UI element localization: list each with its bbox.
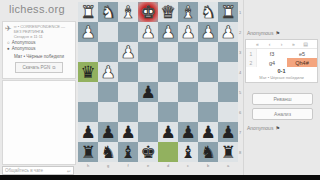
- bottom-player-row: Anonymous ⚑: [247, 125, 280, 131]
- square-h5[interactable]: [78, 82, 98, 102]
- move-number: 1: [246, 49, 257, 58]
- square-d5[interactable]: [158, 82, 178, 102]
- square-f8[interactable]: ♝: [118, 142, 138, 162]
- square-d3[interactable]: [158, 42, 178, 62]
- black-king-piece: ♚: [138, 142, 158, 162]
- square-g2[interactable]: [98, 22, 118, 42]
- white-pawn-piece: ♟: [138, 22, 158, 42]
- black-player-row: ● Anonymous: [3, 46, 75, 52]
- white-knight-piece: ♞: [98, 2, 118, 22]
- square-c8[interactable]: ♝: [178, 142, 198, 162]
- rank-label-7: 7: [239, 122, 241, 142]
- square-e3[interactable]: [138, 42, 158, 62]
- file-label-a: a: [218, 163, 238, 168]
- chat-placeholder: Общайтесь в чате: [5, 168, 43, 173]
- file-label-b: b: [198, 163, 218, 168]
- square-a7[interactable]: ♟: [218, 122, 238, 142]
- square-a5[interactable]: [218, 82, 238, 102]
- file-coordinates: hgfedcba: [78, 163, 238, 168]
- square-a1[interactable]: ♜: [218, 2, 238, 22]
- square-h2[interactable]: ♟: [78, 22, 98, 42]
- white-queen-piece: ♛: [158, 2, 178, 22]
- square-f4[interactable]: [118, 62, 138, 82]
- square-b1[interactable]: ♞: [198, 2, 218, 22]
- square-d7[interactable]: ♟: [158, 122, 178, 142]
- square-a2[interactable]: ♟: [218, 22, 238, 42]
- score-text: 0-1: [246, 67, 317, 75]
- first-move-button[interactable]: «: [254, 41, 261, 47]
- square-d4[interactable]: [158, 62, 178, 82]
- panel-divider: [243, 0, 244, 175]
- white-move[interactable]: f3: [257, 49, 287, 58]
- square-f2[interactable]: [118, 22, 138, 42]
- black-bishop-piece: ♝: [178, 142, 198, 162]
- square-f5[interactable]: [118, 82, 138, 102]
- download-pgn-button[interactable]: Скачать PGN ⧉: [15, 62, 63, 73]
- white-pawn-piece: ♟: [118, 42, 138, 62]
- square-g1[interactable]: ♞: [98, 2, 118, 22]
- square-e8[interactable]: ♚: [138, 142, 158, 162]
- square-c7[interactable]: ♟: [178, 122, 198, 142]
- white-move[interactable]: g4: [257, 58, 287, 67]
- black-move[interactable]: e5: [287, 49, 317, 58]
- square-c5[interactable]: [178, 82, 198, 102]
- square-c3[interactable]: [178, 42, 198, 62]
- rank-coordinates: 12345678: [239, 2, 241, 162]
- analysis-button[interactable]: Анализ: [252, 108, 313, 120]
- square-f3[interactable]: ♟: [118, 42, 138, 62]
- white-pawn-piece: ♟: [158, 22, 178, 42]
- square-e7[interactable]: [138, 122, 158, 142]
- square-h1[interactable]: ♜: [78, 2, 98, 22]
- square-a3[interactable]: [218, 42, 238, 62]
- replay-controls: «‹›»▤: [246, 40, 317, 49]
- bottom-player-name: Anonymous: [247, 125, 273, 131]
- black-pawn-piece: ♟: [178, 122, 198, 142]
- file-label-c: c: [178, 163, 198, 168]
- square-d6[interactable]: [158, 102, 178, 122]
- white-pawn-piece: ♟: [178, 22, 198, 42]
- white-bishop-piece: ♝: [118, 2, 138, 22]
- square-b5[interactable]: [198, 82, 218, 102]
- move-row: 2g4Qh4#: [246, 58, 317, 67]
- rank-label-2: 2: [239, 22, 241, 42]
- square-e1[interactable]: ♚: [138, 2, 158, 22]
- square-c4[interactable]: [178, 62, 198, 82]
- square-c6[interactable]: [178, 102, 198, 122]
- square-h7[interactable]: ♟: [78, 122, 98, 142]
- black-pawn-piece: ♟: [98, 122, 118, 142]
- rank-label-1: 1: [239, 2, 241, 22]
- square-f7[interactable]: ♟: [118, 122, 138, 142]
- square-a4[interactable]: [218, 62, 238, 82]
- prev-move-button[interactable]: ‹: [266, 41, 273, 47]
- white-rook-piece: ♜: [218, 2, 238, 22]
- square-c2[interactable]: ♟: [178, 22, 198, 42]
- menu-button[interactable]: ▤: [302, 41, 309, 47]
- square-b8[interactable]: ♞: [198, 142, 218, 162]
- square-g6[interactable]: [98, 102, 118, 122]
- black-pawn-piece: ♟: [118, 122, 138, 142]
- game-mode-text: ∞ • CORRESPONDENCE — БЕЗ РЕЙТИНГА: [14, 24, 73, 34]
- file-label-f: f: [118, 163, 138, 168]
- last-move-button[interactable]: »: [290, 41, 297, 47]
- file-label-e: e: [138, 163, 158, 168]
- white-pawn-piece: ♟: [218, 22, 238, 42]
- square-g7[interactable]: ♟: [98, 122, 118, 142]
- top-player-row: Anonymous ⚑: [247, 30, 280, 36]
- white-knight-piece: ♞: [198, 2, 218, 22]
- white-pawn-piece: ♟: [98, 62, 118, 82]
- game-result-text: Мат • Чёрные победили: [3, 54, 75, 59]
- square-b2[interactable]: ♟: [198, 22, 218, 42]
- square-b6[interactable]: [198, 102, 218, 122]
- square-g3[interactable]: [98, 42, 118, 62]
- square-d8[interactable]: [158, 142, 178, 162]
- square-e6[interactable]: [138, 102, 158, 122]
- rematch-button[interactable]: Реванш: [252, 93, 313, 105]
- correspondence-icon: ✈: [5, 24, 12, 39]
- rank-label-8: 8: [239, 142, 241, 162]
- black-pawn-piece: ♟: [78, 122, 98, 142]
- next-move-button[interactable]: ›: [278, 41, 285, 47]
- square-b3[interactable]: [198, 42, 218, 62]
- external-link-icon: ⧉: [52, 65, 55, 70]
- rank-label-6: 6: [239, 102, 241, 122]
- chat-message-area: [2, 80, 76, 165]
- black-bishop-piece: ♝: [118, 142, 138, 162]
- white-pawn-piece: ♟: [78, 22, 98, 42]
- black-pawn-piece: ♟: [198, 122, 218, 142]
- white-bishop-piece: ♝: [178, 2, 198, 22]
- black-pawn-piece: ♟: [138, 82, 158, 102]
- black-player-name: Anonymous: [12, 46, 36, 52]
- chess-board: ♜♞♝♚♛♝♞♜♟♟♟♟♟♟♟♛♟♟♟♟♟♟♟♟♟♜♞♝♚♝♞♜: [78, 2, 238, 162]
- square-h6[interactable]: [78, 102, 98, 122]
- game-info-box: ✈ ∞ • CORRESPONDENCE — БЕЗ РЕЙТИНГА Сего…: [2, 21, 76, 79]
- black-rook-piece: ♜: [218, 142, 238, 162]
- square-e5[interactable]: ♟: [138, 82, 158, 102]
- lichess-logo[interactable]: lichess.org: [9, 3, 65, 15]
- square-h4[interactable]: ♛: [78, 62, 98, 82]
- black-pawn-piece: ♟: [158, 122, 178, 142]
- square-e4[interactable]: [138, 62, 158, 82]
- top-player-name: Anonymous: [247, 30, 273, 36]
- file-label-h: h: [78, 163, 98, 168]
- black-rook-piece: ♜: [78, 142, 98, 162]
- square-b7[interactable]: ♟: [198, 122, 218, 142]
- black-knight-piece: ♞: [198, 142, 218, 162]
- square-h3[interactable]: [78, 42, 98, 62]
- square-c1[interactable]: ♝: [178, 2, 198, 22]
- square-g4[interactable]: ♟: [98, 62, 118, 82]
- square-g5[interactable]: [98, 82, 118, 102]
- game-date-text: Сегодня в 11:11: [14, 34, 73, 39]
- black-move[interactable]: Qh4#: [287, 58, 317, 67]
- white-pawn-piece: ♟: [198, 22, 218, 42]
- flag-icon: ⚑: [275, 125, 279, 131]
- download-pgn-label: Скачать PGN: [22, 65, 50, 70]
- square-a6[interactable]: [218, 102, 238, 122]
- square-e2[interactable]: ♟: [138, 22, 158, 42]
- chat-input[interactable]: Общайтесь в чате ↵: [2, 166, 74, 175]
- square-a8[interactable]: ♜: [218, 142, 238, 162]
- rank-label-3: 3: [239, 42, 241, 62]
- black-color-icon: ●: [7, 46, 10, 52]
- lichess-game-page: lichess.org ✈ ∞ • CORRESPONDENCE — БЕЗ Р…: [0, 0, 320, 180]
- chat-send-icon: ↵: [67, 168, 71, 174]
- rank-label-5: 5: [239, 82, 241, 102]
- square-f6[interactable]: [118, 102, 138, 122]
- move-list-box: «‹›»▤ 1f3e52g4Qh4# 0-1 Мат • Чёрные побе…: [245, 39, 318, 83]
- square-g8[interactable]: ♞: [98, 142, 118, 162]
- black-queen-piece: ♛: [78, 62, 98, 82]
- square-d2[interactable]: ♟: [158, 22, 178, 42]
- white-rook-piece: ♜: [78, 2, 98, 22]
- black-pawn-piece: ♟: [218, 122, 238, 142]
- move-list: 1f3e52g4Qh4#: [246, 49, 317, 67]
- square-h8[interactable]: ♜: [78, 142, 98, 162]
- square-f1[interactable]: ♝: [118, 2, 138, 22]
- flag-icon: ⚑: [275, 30, 279, 36]
- white-king-piece: ♚: [138, 2, 158, 22]
- square-b4[interactable]: [198, 62, 218, 82]
- black-knight-piece: ♞: [98, 142, 118, 162]
- status-text: Мат • Чёрные победили: [246, 75, 317, 82]
- square-d1[interactable]: ♛: [158, 2, 178, 22]
- letterbox-bar: [0, 175, 320, 180]
- file-label-g: g: [98, 163, 118, 168]
- file-label-d: d: [158, 163, 178, 168]
- move-row: 1f3e5: [246, 49, 317, 58]
- rank-label-4: 4: [239, 62, 241, 82]
- game-meta: ✈ ∞ • CORRESPONDENCE — БЕЗ РЕЙТИНГА Сего…: [3, 22, 75, 40]
- move-number: 2: [246, 58, 257, 67]
